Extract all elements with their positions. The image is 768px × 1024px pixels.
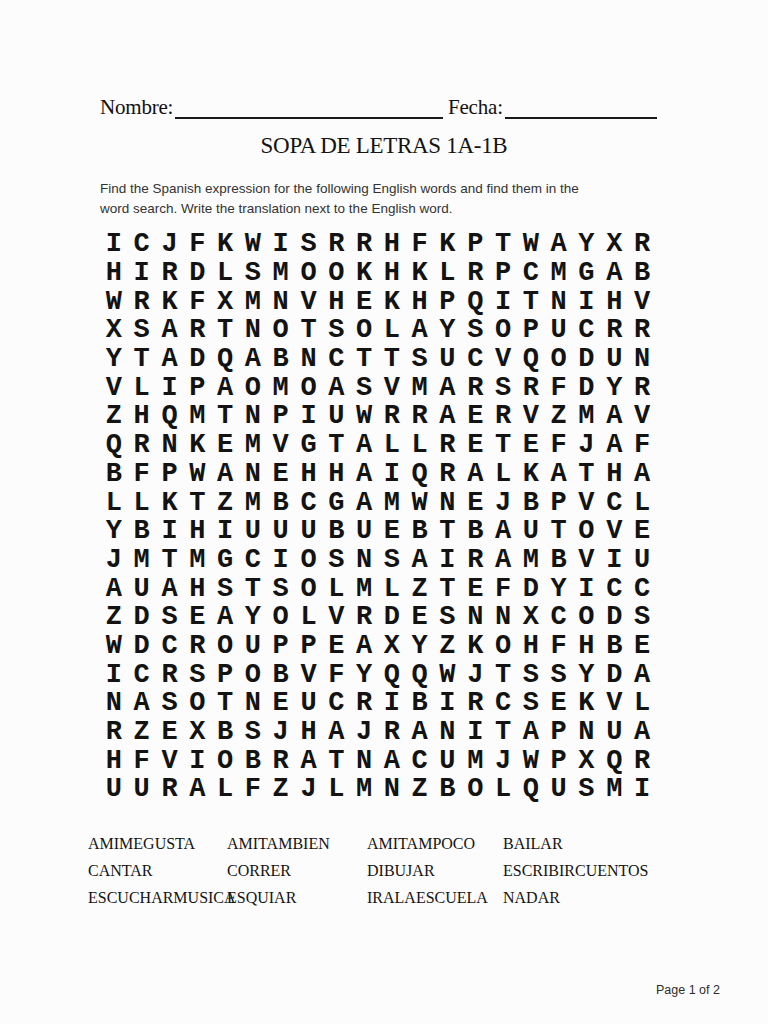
grid-cell: R: [489, 402, 517, 431]
grid-cell: S: [573, 775, 601, 804]
grid-cell: X: [211, 287, 239, 316]
grid-cell: J: [295, 775, 323, 804]
grid-cell: E: [156, 718, 184, 747]
grid-cell: N: [378, 775, 406, 804]
grid-cell: N: [350, 546, 378, 575]
word-list-item: NADAR: [503, 888, 560, 908]
word-list-item: AMIMEGUSTA: [88, 834, 195, 854]
grid-cell: Q: [406, 660, 434, 689]
grid-cell: K: [156, 488, 184, 517]
grid-cell: P: [434, 287, 462, 316]
grid-cell: Q: [600, 746, 628, 775]
grid-cell: P: [545, 746, 573, 775]
grid-cell: S: [406, 345, 434, 374]
grid-cell: R: [128, 287, 156, 316]
grid-cell: F: [406, 230, 434, 259]
grid-cell: Z: [406, 775, 434, 804]
grid-cell: A: [211, 373, 239, 402]
grid-cell: N: [350, 746, 378, 775]
grid-cell: A: [211, 460, 239, 489]
word-list-item: BAILAR: [503, 834, 563, 854]
grid-cell: A: [434, 373, 462, 402]
grid-cell: U: [545, 316, 573, 345]
grid-cell: L: [628, 689, 656, 718]
name-label: Nombre:: [100, 95, 173, 119]
grid-cell: N: [239, 460, 267, 489]
grid-cell: M: [573, 402, 601, 431]
grid-cell: A: [406, 316, 434, 345]
grid-cell: Q: [211, 345, 239, 374]
grid-cell: R: [183, 316, 211, 345]
grid-cell: B: [239, 746, 267, 775]
grid-cell: S: [239, 259, 267, 288]
grid-cell: S: [322, 546, 350, 575]
grid-cell: T: [211, 402, 239, 431]
grid-cell: J: [267, 718, 295, 747]
grid-cell: M: [461, 746, 489, 775]
grid-cell: A: [183, 775, 211, 804]
grid-cell: A: [406, 718, 434, 747]
grid-cell: B: [100, 460, 128, 489]
grid-cell: C: [461, 345, 489, 374]
grid-cell: F: [183, 230, 211, 259]
grid-cell: E: [628, 632, 656, 661]
grid-cell: R: [600, 316, 628, 345]
grid-cell: L: [489, 775, 517, 804]
grid-cell: U: [100, 775, 128, 804]
grid-cell: P: [295, 632, 323, 661]
grid-cell: V: [378, 373, 406, 402]
grid-cell: Y: [350, 660, 378, 689]
grid-cell: S: [350, 373, 378, 402]
grid-cell: T: [211, 689, 239, 718]
grid-cell: H: [183, 574, 211, 603]
letter-grid: ICJFKWISRRHFKPTWAYXRHIRDLSMOOKHKLRPCMGAB…: [100, 230, 656, 804]
grid-cell: E: [461, 488, 489, 517]
grid-cell: H: [378, 259, 406, 288]
grid-cell: C: [156, 632, 184, 661]
grid-cell: A: [628, 460, 656, 489]
grid-cell: R: [628, 316, 656, 345]
grid-cell: Y: [239, 603, 267, 632]
grid-cell: L: [378, 574, 406, 603]
grid-cell: C: [573, 316, 601, 345]
grid-cell: R: [183, 632, 211, 661]
grid-cell: B: [267, 345, 295, 374]
grid-cell: W: [517, 230, 545, 259]
grid-cell: O: [295, 373, 323, 402]
grid-cell: Z: [406, 574, 434, 603]
grid-cell: M: [239, 431, 267, 460]
grid-cell: U: [628, 546, 656, 575]
grid-cell: D: [517, 574, 545, 603]
word-list-item: IRALAESCUELA: [367, 888, 488, 908]
grid-cell: V: [267, 431, 295, 460]
grid-cell: R: [378, 718, 406, 747]
grid-cell: S: [517, 689, 545, 718]
grid-cell: C: [600, 488, 628, 517]
grid-cell: S: [183, 660, 211, 689]
grid-cell: S: [461, 316, 489, 345]
grid-cell: R: [267, 746, 295, 775]
name-underline: [175, 117, 443, 119]
grid-cell: A: [434, 402, 462, 431]
grid-cell: N: [573, 718, 601, 747]
grid-cell: N: [628, 345, 656, 374]
grid-cell: H: [100, 746, 128, 775]
grid-cell: T: [573, 460, 601, 489]
grid-cell: S: [156, 689, 184, 718]
grid-cell: O: [573, 517, 601, 546]
word-list-item: ESCUCHARMUSICA: [88, 888, 236, 908]
grid-cell: H: [322, 460, 350, 489]
grid-cell: R: [128, 431, 156, 460]
grid-cell: U: [350, 517, 378, 546]
grid-cell: C: [239, 546, 267, 575]
grid-cell: U: [600, 345, 628, 374]
grid-cell: H: [600, 287, 628, 316]
grid-cell: S: [211, 574, 239, 603]
grid-cell: G: [322, 488, 350, 517]
grid-cell: J: [100, 546, 128, 575]
grid-cell: O: [545, 345, 573, 374]
grid-cell: A: [156, 345, 184, 374]
grid-cell: Y: [600, 373, 628, 402]
grid-cell: O: [267, 316, 295, 345]
grid-cell: R: [461, 689, 489, 718]
date-underline: [505, 117, 657, 119]
grid-cell: Y: [100, 517, 128, 546]
grid-cell: M: [350, 775, 378, 804]
grid-cell: F: [489, 574, 517, 603]
grid-cell: S: [322, 316, 350, 345]
grid-cell: R: [100, 718, 128, 747]
grid-cell: H: [100, 259, 128, 288]
grid-cell: R: [378, 402, 406, 431]
grid-cell: B: [211, 718, 239, 747]
grid-cell: N: [461, 603, 489, 632]
grid-cell: Y: [406, 632, 434, 661]
grid-cell: F: [628, 431, 656, 460]
grid-cell: U: [239, 632, 267, 661]
grid-cell: L: [322, 775, 350, 804]
grid-cell: A: [350, 460, 378, 489]
grid-cell: H: [600, 460, 628, 489]
grid-cell: I: [434, 546, 462, 575]
grid-cell: I: [156, 517, 184, 546]
grid-cell: N: [434, 718, 462, 747]
grid-cell: R: [156, 259, 184, 288]
grid-cell: F: [545, 431, 573, 460]
word-list-item: ESQUIAR: [227, 888, 296, 908]
grid-cell: I: [267, 546, 295, 575]
grid-cell: M: [378, 488, 406, 517]
grid-cell: E: [461, 431, 489, 460]
grid-cell: N: [545, 287, 573, 316]
grid-cell: I: [600, 546, 628, 575]
grid-cell: M: [406, 373, 434, 402]
grid-cell: W: [406, 488, 434, 517]
grid-cell: M: [183, 402, 211, 431]
grid-cell: Y: [100, 345, 128, 374]
page-title: SOPA DE LETRAS 1A-1B: [0, 134, 768, 158]
grid-cell: Q: [100, 431, 128, 460]
grid-cell: P: [545, 718, 573, 747]
grid-cell: R: [628, 373, 656, 402]
grid-cell: R: [461, 259, 489, 288]
grid-cell: U: [545, 775, 573, 804]
page-number: Page 1 of 2: [656, 983, 720, 997]
grid-cell: I: [183, 746, 211, 775]
grid-cell: A: [322, 373, 350, 402]
grid-cell: E: [183, 603, 211, 632]
grid-cell: A: [628, 718, 656, 747]
grid-cell: L: [128, 373, 156, 402]
grid-cell: B: [600, 632, 628, 661]
worksheet-page: Nombre: Fecha: SOPA DE LETRAS 1A-1B Find…: [0, 0, 768, 1024]
grid-cell: A: [100, 574, 128, 603]
grid-cell: F: [545, 373, 573, 402]
grid-cell: R: [628, 230, 656, 259]
grid-cell: F: [239, 775, 267, 804]
grid-cell: D: [183, 345, 211, 374]
grid-cell: K: [461, 632, 489, 661]
grid-cell: N: [239, 316, 267, 345]
grid-cell: V: [628, 287, 656, 316]
grid-cell: S: [267, 574, 295, 603]
grid-cell: A: [239, 345, 267, 374]
grid-cell: G: [211, 546, 239, 575]
grid-cell: T: [128, 345, 156, 374]
grid-cell: C: [406, 746, 434, 775]
grid-cell: B: [517, 488, 545, 517]
grid-cell: N: [489, 603, 517, 632]
date-label: Fecha:: [448, 95, 503, 119]
grid-cell: A: [350, 632, 378, 661]
grid-cell: R: [322, 230, 350, 259]
grid-cell: E: [267, 460, 295, 489]
grid-cell: O: [489, 316, 517, 345]
grid-cell: J: [156, 230, 184, 259]
grid-cell: A: [600, 259, 628, 288]
grid-cell: M: [128, 546, 156, 575]
grid-cell: R: [517, 373, 545, 402]
grid-cell: U: [434, 746, 462, 775]
grid-cell: V: [600, 517, 628, 546]
grid-cell: X: [517, 603, 545, 632]
grid-cell: L: [434, 259, 462, 288]
grid-cell: H: [322, 287, 350, 316]
grid-cell: C: [128, 230, 156, 259]
word-list-item: DIBUJAR: [367, 861, 435, 881]
grid-cell: M: [239, 488, 267, 517]
grid-cell: T: [322, 431, 350, 460]
grid-cell: A: [322, 718, 350, 747]
grid-cell: B: [128, 517, 156, 546]
grid-cell: O: [295, 546, 323, 575]
grid-cell: V: [600, 689, 628, 718]
grid-cell: I: [378, 460, 406, 489]
grid-cell: B: [267, 488, 295, 517]
grid-cell: I: [100, 230, 128, 259]
grid-cell: L: [322, 574, 350, 603]
grid-cell: U: [267, 517, 295, 546]
grid-cell: T: [211, 316, 239, 345]
grid-cell: V: [322, 603, 350, 632]
grid-cell: U: [295, 517, 323, 546]
grid-cell: E: [628, 517, 656, 546]
grid-cell: T: [183, 488, 211, 517]
grid-cell: U: [295, 689, 323, 718]
grid-cell: A: [545, 230, 573, 259]
grid-cell: P: [489, 259, 517, 288]
grid-cell: Z: [100, 603, 128, 632]
grid-cell: C: [489, 689, 517, 718]
grid-cell: A: [378, 746, 406, 775]
grid-cell: R: [406, 402, 434, 431]
grid-cell: Y: [573, 230, 601, 259]
grid-cell: T: [378, 345, 406, 374]
grid-cell: O: [350, 316, 378, 345]
grid-cell: O: [211, 632, 239, 661]
grid-cell: X: [100, 316, 128, 345]
grid-cell: Y: [545, 574, 573, 603]
grid-cell: C: [322, 345, 350, 374]
grid-cell: D: [128, 603, 156, 632]
grid-cell: E: [211, 431, 239, 460]
grid-cell: R: [350, 230, 378, 259]
grid-cell: Q: [461, 287, 489, 316]
grid-cell: L: [295, 603, 323, 632]
grid-cell: T: [489, 718, 517, 747]
grid-cell: Q: [156, 402, 184, 431]
grid-cell: E: [461, 402, 489, 431]
grid-cell: H: [183, 517, 211, 546]
grid-cell: R: [461, 373, 489, 402]
grid-cell: F: [128, 460, 156, 489]
grid-cell: V: [156, 746, 184, 775]
instruction-line: word search. Write the translation next …: [100, 199, 666, 219]
grid-cell: D: [573, 373, 601, 402]
grid-cell: P: [461, 230, 489, 259]
grid-cell: W: [100, 632, 128, 661]
grid-cell: S: [128, 316, 156, 345]
grid-cell: H: [378, 230, 406, 259]
grid-cell: K: [406, 259, 434, 288]
grid-cell: U: [239, 517, 267, 546]
grid-cell: M: [545, 259, 573, 288]
grid-cell: O: [211, 746, 239, 775]
grid-cell: R: [461, 546, 489, 575]
grid-cell: O: [295, 259, 323, 288]
grid-cell: Q: [406, 460, 434, 489]
grid-cell: E: [461, 574, 489, 603]
grid-cell: I: [378, 689, 406, 718]
grid-cell: L: [378, 431, 406, 460]
grid-cell: N: [267, 287, 295, 316]
grid-cell: H: [406, 287, 434, 316]
grid-cell: A: [350, 488, 378, 517]
grid-cell: D: [183, 259, 211, 288]
grid-cell: F: [128, 746, 156, 775]
word-list-item: CORRER: [227, 861, 291, 881]
grid-cell: I: [100, 660, 128, 689]
grid-cell: P: [545, 488, 573, 517]
grid-cell: D: [600, 603, 628, 632]
grid-cell: H: [295, 718, 323, 747]
word-list-item: CANTAR: [88, 861, 153, 881]
grid-cell: T: [434, 517, 462, 546]
grid-cell: V: [628, 402, 656, 431]
grid-cell: F: [545, 632, 573, 661]
grid-cell: N: [239, 402, 267, 431]
grid-cell: F: [322, 660, 350, 689]
grid-cell: B: [406, 517, 434, 546]
grid-cell: L: [211, 259, 239, 288]
grid-cell: M: [183, 546, 211, 575]
grid-cell: Z: [545, 402, 573, 431]
grid-cell: N: [100, 689, 128, 718]
grid-cell: W: [239, 230, 267, 259]
grid-cell: V: [573, 546, 601, 575]
grid-cell: V: [489, 345, 517, 374]
grid-cell: P: [156, 460, 184, 489]
grid-cell: A: [128, 689, 156, 718]
grid-cell: R: [350, 689, 378, 718]
grid-cell: S: [517, 660, 545, 689]
grid-cell: C: [295, 488, 323, 517]
grid-cell: A: [517, 718, 545, 747]
grid-cell: W: [183, 460, 211, 489]
grid-cell: T: [489, 660, 517, 689]
grid-cell: D: [600, 660, 628, 689]
grid-cell: C: [600, 574, 628, 603]
grid-cell: E: [406, 603, 434, 632]
grid-cell: Q: [517, 775, 545, 804]
grid-cell: C: [545, 603, 573, 632]
grid-cell: X: [378, 632, 406, 661]
grid-cell: W: [100, 287, 128, 316]
grid-cell: D: [378, 603, 406, 632]
grid-cell: I: [628, 775, 656, 804]
grid-cell: V: [517, 402, 545, 431]
grid-cell: T: [295, 316, 323, 345]
instruction-line: Find the Spanish expression for the foll…: [100, 179, 666, 199]
grid-cell: J: [573, 431, 601, 460]
grid-cell: I: [461, 718, 489, 747]
grid-cell: V: [295, 660, 323, 689]
grid-cell: A: [600, 431, 628, 460]
grid-cell: M: [267, 259, 295, 288]
grid-cell: G: [573, 259, 601, 288]
word-list-item: AMITAMBIEN: [227, 834, 330, 854]
word-list-item: AMITAMPOCO: [367, 834, 475, 854]
grid-cell: Y: [573, 660, 601, 689]
grid-cell: U: [128, 775, 156, 804]
grid-cell: R: [156, 775, 184, 804]
grid-cell: Z: [267, 775, 295, 804]
grid-cell: O: [295, 574, 323, 603]
grid-cell: A: [545, 460, 573, 489]
grid-cell: A: [156, 316, 184, 345]
grid-cell: H: [517, 632, 545, 661]
grid-cell: D: [573, 345, 601, 374]
grid-cell: F: [183, 287, 211, 316]
grid-cell: B: [434, 775, 462, 804]
grid-cell: I: [156, 373, 184, 402]
grid-cell: W: [350, 402, 378, 431]
grid-cell: A: [489, 517, 517, 546]
